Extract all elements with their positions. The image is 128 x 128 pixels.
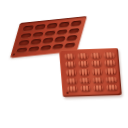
mold-cavity <box>66 35 78 41</box>
mold-cavity <box>46 23 58 29</box>
mold-cavity <box>68 28 80 34</box>
mold-bump <box>90 53 101 59</box>
mold-bump <box>78 69 89 75</box>
mold-bump <box>91 61 102 67</box>
mold-bump <box>91 69 102 75</box>
mold-cavity <box>18 40 30 46</box>
product-photo <box>0 0 128 128</box>
mold-cavity <box>42 37 54 43</box>
mold-bump <box>103 52 114 58</box>
mold-bump <box>78 61 89 67</box>
mold-cavity <box>44 30 56 36</box>
mold-bump <box>105 76 116 82</box>
mold-bump <box>92 77 103 83</box>
mold-bump <box>64 53 75 59</box>
mold-cavity <box>64 42 76 48</box>
silicone-mold-underside <box>59 48 122 97</box>
mold-cavity <box>70 20 82 26</box>
mold-cavity <box>16 47 28 53</box>
mold-cavity <box>22 25 34 31</box>
mold-cavity <box>58 22 70 28</box>
mold-bump <box>66 86 77 92</box>
mold-cavity <box>56 29 68 35</box>
mold-bump <box>93 85 104 91</box>
mold-cavity <box>34 24 46 30</box>
mold-bump <box>65 70 76 76</box>
bump-grid <box>59 48 122 97</box>
mold-cavity <box>20 33 32 39</box>
mold-cavity <box>28 46 40 52</box>
mold-bump <box>106 84 117 90</box>
mold-cavity <box>40 45 52 51</box>
mold-cavity <box>30 39 42 45</box>
mold-bump <box>77 53 88 59</box>
mold-cavity <box>54 36 66 42</box>
mold-cavity <box>32 31 44 37</box>
mold-bump <box>80 85 91 91</box>
mold-bump <box>104 60 115 66</box>
mold-bump <box>64 61 75 67</box>
mold-bump <box>79 77 90 83</box>
mold-bump <box>105 68 116 74</box>
mold-bump <box>66 78 77 84</box>
